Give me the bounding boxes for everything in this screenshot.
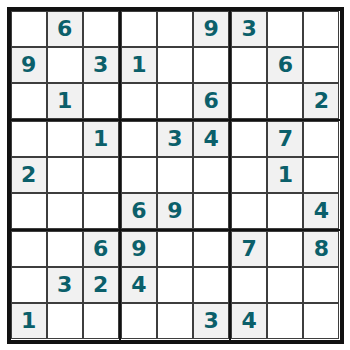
sudoku-cell-r2c4[interactable]: 1 bbox=[121, 47, 157, 83]
sudoku-cell-r6c5[interactable]: 9 bbox=[157, 193, 193, 229]
sudoku-cell-r9c3[interactable] bbox=[83, 303, 119, 339]
sudoku-box-3: 362 bbox=[230, 10, 340, 120]
sudoku-cell-r2c6[interactable] bbox=[193, 47, 229, 83]
sudoku-cell-r2c7[interactable] bbox=[231, 47, 267, 83]
sudoku-cell-r6c8[interactable] bbox=[267, 193, 303, 229]
sudoku-cell-r9c5[interactable] bbox=[157, 303, 193, 339]
sudoku-box-4: 12 bbox=[10, 120, 120, 230]
sudoku-cell-r5c9[interactable] bbox=[303, 157, 339, 193]
sudoku-cell-r4c1[interactable] bbox=[11, 121, 47, 157]
sudoku-box-2: 916 bbox=[120, 10, 230, 120]
sudoku-board: 69319163621234697146321943784 bbox=[7, 7, 344, 344]
sudoku-cell-r2c3[interactable]: 3 bbox=[83, 47, 119, 83]
sudoku-cell-r2c1[interactable]: 9 bbox=[11, 47, 47, 83]
sudoku-cell-r4c2[interactable] bbox=[47, 121, 83, 157]
sudoku-cell-r5c6[interactable] bbox=[193, 157, 229, 193]
sudoku-cell-r2c8[interactable]: 6 bbox=[267, 47, 303, 83]
sudoku-box-9: 784 bbox=[230, 230, 340, 340]
sudoku-cell-r5c7[interactable] bbox=[231, 157, 267, 193]
sudoku-cell-r3c8[interactable] bbox=[267, 83, 303, 119]
sudoku-cell-r3c3[interactable] bbox=[83, 83, 119, 119]
sudoku-cell-r3c5[interactable] bbox=[157, 83, 193, 119]
sudoku-cell-r3c4[interactable] bbox=[121, 83, 157, 119]
sudoku-cell-r4c9[interactable] bbox=[303, 121, 339, 157]
sudoku-cell-r8c3[interactable]: 2 bbox=[83, 267, 119, 303]
sudoku-cell-r2c9[interactable] bbox=[303, 47, 339, 83]
sudoku-cell-r3c9[interactable]: 2 bbox=[303, 83, 339, 119]
sudoku-cell-r4c3[interactable]: 1 bbox=[83, 121, 119, 157]
sudoku-cell-r5c8[interactable]: 1 bbox=[267, 157, 303, 193]
sudoku-cell-r7c3[interactable]: 6 bbox=[83, 231, 119, 267]
sudoku-cell-r3c1[interactable] bbox=[11, 83, 47, 119]
sudoku-cell-r5c2[interactable] bbox=[47, 157, 83, 193]
sudoku-cell-r9c8[interactable] bbox=[267, 303, 303, 339]
sudoku-cell-r6c4[interactable]: 6 bbox=[121, 193, 157, 229]
sudoku-cell-r2c2[interactable] bbox=[47, 47, 83, 83]
sudoku-cell-r7c9[interactable]: 8 bbox=[303, 231, 339, 267]
sudoku-cell-r8c4[interactable]: 4 bbox=[121, 267, 157, 303]
sudoku-cell-r3c7[interactable] bbox=[231, 83, 267, 119]
sudoku-cell-r9c4[interactable] bbox=[121, 303, 157, 339]
sudoku-cell-r5c4[interactable] bbox=[121, 157, 157, 193]
sudoku-cell-r1c3[interactable] bbox=[83, 11, 119, 47]
sudoku-cell-r7c4[interactable]: 9 bbox=[121, 231, 157, 267]
sudoku-cell-r7c7[interactable]: 7 bbox=[231, 231, 267, 267]
sudoku-cell-r1c5[interactable] bbox=[157, 11, 193, 47]
sudoku-cell-r4c4[interactable] bbox=[121, 121, 157, 157]
sudoku-cell-r4c5[interactable]: 3 bbox=[157, 121, 193, 157]
sudoku-cell-r4c6[interactable]: 4 bbox=[193, 121, 229, 157]
sudoku-cell-r6c3[interactable] bbox=[83, 193, 119, 229]
sudoku-cell-r6c6[interactable] bbox=[193, 193, 229, 229]
sudoku-cell-r7c2[interactable] bbox=[47, 231, 83, 267]
sudoku-cell-r8c1[interactable] bbox=[11, 267, 47, 303]
sudoku-box-7: 6321 bbox=[10, 230, 120, 340]
sudoku-cell-r1c4[interactable] bbox=[121, 11, 157, 47]
sudoku-cell-r7c1[interactable] bbox=[11, 231, 47, 267]
sudoku-cell-r5c1[interactable]: 2 bbox=[11, 157, 47, 193]
sudoku-cell-r5c5[interactable] bbox=[157, 157, 193, 193]
sudoku-cell-r9c2[interactable] bbox=[47, 303, 83, 339]
sudoku-cell-r4c8[interactable]: 7 bbox=[267, 121, 303, 157]
sudoku-cell-r1c7[interactable]: 3 bbox=[231, 11, 267, 47]
page: 69319163621234697146321943784 bbox=[0, 0, 350, 350]
sudoku-cell-r8c2[interactable]: 3 bbox=[47, 267, 83, 303]
sudoku-box-8: 943 bbox=[120, 230, 230, 340]
sudoku-cell-r1c2[interactable]: 6 bbox=[47, 11, 83, 47]
sudoku-box-5: 3469 bbox=[120, 120, 230, 230]
sudoku-cell-r7c6[interactable] bbox=[193, 231, 229, 267]
sudoku-cell-r7c5[interactable] bbox=[157, 231, 193, 267]
sudoku-cell-r8c6[interactable] bbox=[193, 267, 229, 303]
sudoku-cell-r1c1[interactable] bbox=[11, 11, 47, 47]
sudoku-cell-r8c5[interactable] bbox=[157, 267, 193, 303]
sudoku-cell-r8c8[interactable] bbox=[267, 267, 303, 303]
sudoku-cell-r9c1[interactable]: 1 bbox=[11, 303, 47, 339]
sudoku-cell-r1c9[interactable] bbox=[303, 11, 339, 47]
sudoku-cell-r3c6[interactable]: 6 bbox=[193, 83, 229, 119]
sudoku-cell-r3c2[interactable]: 1 bbox=[47, 83, 83, 119]
sudoku-cell-r9c6[interactable]: 3 bbox=[193, 303, 229, 339]
sudoku-cell-r6c1[interactable] bbox=[11, 193, 47, 229]
sudoku-cell-r8c9[interactable] bbox=[303, 267, 339, 303]
sudoku-cell-r6c9[interactable]: 4 bbox=[303, 193, 339, 229]
sudoku-cell-r9c7[interactable]: 4 bbox=[231, 303, 267, 339]
sudoku-box-1: 6931 bbox=[10, 10, 120, 120]
sudoku-cell-r6c7[interactable] bbox=[231, 193, 267, 229]
sudoku-cell-r5c3[interactable] bbox=[83, 157, 119, 193]
sudoku-cell-r6c2[interactable] bbox=[47, 193, 83, 229]
sudoku-cell-r7c8[interactable] bbox=[267, 231, 303, 267]
sudoku-box-6: 714 bbox=[230, 120, 340, 230]
sudoku-cell-r2c5[interactable] bbox=[157, 47, 193, 83]
sudoku-cell-r8c7[interactable] bbox=[231, 267, 267, 303]
sudoku-cell-r1c8[interactable] bbox=[267, 11, 303, 47]
sudoku-cell-r4c7[interactable] bbox=[231, 121, 267, 157]
sudoku-cell-r1c6[interactable]: 9 bbox=[193, 11, 229, 47]
sudoku-cell-r9c9[interactable] bbox=[303, 303, 339, 339]
